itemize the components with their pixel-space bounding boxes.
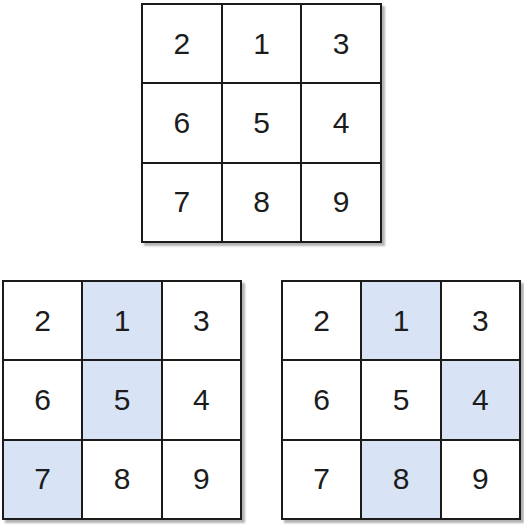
option-left-cell-r1c1: 5 [83, 361, 160, 438]
reference-cell-r1c1: 5 [223, 84, 301, 161]
reference-cell-r1c0: 6 [143, 84, 221, 161]
option-left-cell-r2c1: 8 [83, 441, 160, 518]
reference-cell-r2c2: 9 [302, 164, 380, 241]
reference-cell-r0c2: 3 [302, 5, 380, 82]
option-left-cell-r2c2: 9 [163, 441, 240, 518]
option-right-cell-r0c2: 3 [442, 282, 519, 359]
option-grid-left[interactable]: 2 1 3 6 5 4 7 8 9 [2, 280, 242, 520]
option-right-cell-r2c2: 9 [442, 441, 519, 518]
option-right-cell-r1c0: 6 [283, 361, 360, 438]
reference-grid: 2 1 3 6 5 4 7 8 9 [141, 3, 382, 243]
reference-cell-r2c0: 7 [143, 164, 221, 241]
reference-cell-r0c1: 1 [223, 5, 301, 82]
option-right-cell-r1c2: 4 [442, 361, 519, 438]
option-left-cell-r2c0: 7 [4, 441, 81, 518]
option-left-cell-r0c1: 1 [83, 282, 160, 359]
reference-cell-r2c1: 8 [223, 164, 301, 241]
option-right-cell-r2c0: 7 [283, 441, 360, 518]
reference-cell-r1c2: 4 [302, 84, 380, 161]
option-right-cell-r2c1: 8 [362, 441, 439, 518]
option-right-cell-r0c0: 2 [283, 282, 360, 359]
reference-cell-r0c0: 2 [143, 5, 221, 82]
option-left-cell-r0c0: 2 [4, 282, 81, 359]
option-grid-right[interactable]: 2 1 3 6 5 4 7 8 9 [281, 280, 521, 520]
option-left-cell-r0c2: 3 [163, 282, 240, 359]
option-left-cell-r1c2: 4 [163, 361, 240, 438]
option-left-cell-r1c0: 6 [4, 361, 81, 438]
option-right-cell-r1c1: 5 [362, 361, 439, 438]
option-right-cell-r0c1: 1 [362, 282, 439, 359]
puzzle-canvas: 2 1 3 6 5 4 7 8 9 2 1 3 6 5 4 7 8 9 2 1 … [0, 0, 524, 525]
